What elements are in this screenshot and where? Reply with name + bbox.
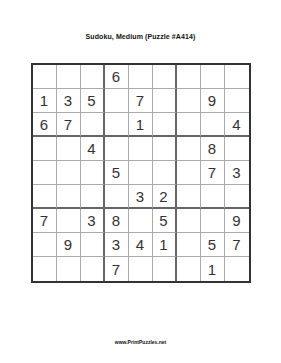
cell-r5c4[interactable]: 5 (105, 161, 129, 185)
cell-r5c6[interactable] (153, 161, 177, 185)
cell-r2c9[interactable] (225, 89, 249, 113)
cell-r3c6[interactable] (153, 113, 177, 137)
cell-r3c3[interactable] (81, 113, 105, 137)
cell-r6c8[interactable] (201, 185, 225, 209)
cell-r1c6[interactable] (153, 65, 177, 89)
cell-r5c2[interactable] (57, 161, 81, 185)
cell-r6c2[interactable] (57, 185, 81, 209)
cell-r6c3[interactable] (81, 185, 105, 209)
cell-r2c8[interactable]: 9 (201, 89, 225, 113)
cell-r9c4[interactable]: 7 (105, 257, 129, 281)
cell-r4c1[interactable] (33, 137, 57, 161)
cell-r1c7[interactable] (177, 65, 201, 89)
sudoku-board: 613579671448573327385993415771 (31, 63, 251, 283)
cell-r1c9[interactable] (225, 65, 249, 89)
cell-r4c4[interactable] (105, 137, 129, 161)
cell-r2c6[interactable] (153, 89, 177, 113)
cell-r1c2[interactable] (57, 65, 81, 89)
cell-r3c8[interactable] (201, 113, 225, 137)
cell-r7c7[interactable] (177, 209, 201, 233)
cell-r7c3[interactable]: 3 (81, 209, 105, 233)
cell-r3c7[interactable] (177, 113, 201, 137)
cell-r1c1[interactable] (33, 65, 57, 89)
cell-r9c3[interactable] (81, 257, 105, 281)
cell-r9c6[interactable] (153, 257, 177, 281)
cell-r2c4[interactable] (105, 89, 129, 113)
cell-r2c5[interactable]: 7 (129, 89, 153, 113)
cell-r8c8[interactable]: 5 (201, 233, 225, 257)
cell-r5c1[interactable] (33, 161, 57, 185)
cell-r8c4[interactable]: 3 (105, 233, 129, 257)
cell-r1c4[interactable]: 6 (105, 65, 129, 89)
cell-r3c2[interactable]: 7 (57, 113, 81, 137)
cell-r3c9[interactable]: 4 (225, 113, 249, 137)
cell-r1c5[interactable] (129, 65, 153, 89)
cell-r5c5[interactable] (129, 161, 153, 185)
cell-r9c8[interactable]: 1 (201, 257, 225, 281)
cell-r3c1[interactable]: 6 (33, 113, 57, 137)
cell-r5c9[interactable]: 3 (225, 161, 249, 185)
cell-r8c1[interactable] (33, 233, 57, 257)
cell-r7c2[interactable] (57, 209, 81, 233)
cell-r8c9[interactable]: 7 (225, 233, 249, 257)
cell-r4c7[interactable] (177, 137, 201, 161)
cell-r2c7[interactable] (177, 89, 201, 113)
cell-r6c7[interactable] (177, 185, 201, 209)
cell-r7c8[interactable] (201, 209, 225, 233)
cell-r6c1[interactable] (33, 185, 57, 209)
cell-r7c1[interactable]: 7 (33, 209, 57, 233)
cell-r5c3[interactable] (81, 161, 105, 185)
cell-r8c6[interactable]: 1 (153, 233, 177, 257)
cell-r4c9[interactable] (225, 137, 249, 161)
cell-r7c9[interactable]: 9 (225, 209, 249, 233)
cell-r9c9[interactable] (225, 257, 249, 281)
cell-r3c4[interactable] (105, 113, 129, 137)
cell-r1c8[interactable] (201, 65, 225, 89)
cell-r9c2[interactable] (57, 257, 81, 281)
cell-r1c3[interactable] (81, 65, 105, 89)
cell-r8c7[interactable] (177, 233, 201, 257)
cell-r7c5[interactable] (129, 209, 153, 233)
cell-r6c9[interactable] (225, 185, 249, 209)
cell-r6c5[interactable]: 3 (129, 185, 153, 209)
cell-r2c2[interactable]: 3 (57, 89, 81, 113)
cell-r3c5[interactable]: 1 (129, 113, 153, 137)
cell-r4c8[interactable]: 8 (201, 137, 225, 161)
cell-r5c7[interactable] (177, 161, 201, 185)
cell-r4c3[interactable]: 4 (81, 137, 105, 161)
puzzle-page: Sudoku, Medium (Puzzle #A414) 6135796714… (0, 0, 281, 363)
cell-r5c8[interactable]: 7 (201, 161, 225, 185)
cell-r4c5[interactable] (129, 137, 153, 161)
cell-r7c4[interactable]: 8 (105, 209, 129, 233)
cell-r4c2[interactable] (57, 137, 81, 161)
footer-url: www.PrintPuzzles.net (0, 339, 281, 345)
cell-r4c6[interactable] (153, 137, 177, 161)
cell-r8c5[interactable]: 4 (129, 233, 153, 257)
cell-r2c3[interactable]: 5 (81, 89, 105, 113)
cell-r8c3[interactable] (81, 233, 105, 257)
cell-r6c4[interactable] (105, 185, 129, 209)
cell-r9c5[interactable] (129, 257, 153, 281)
cell-r7c6[interactable]: 5 (153, 209, 177, 233)
puzzle-title: Sudoku, Medium (Puzzle #A414) (0, 32, 281, 41)
cell-r8c2[interactable]: 9 (57, 233, 81, 257)
cell-r2c1[interactable]: 1 (33, 89, 57, 113)
cell-r9c7[interactable] (177, 257, 201, 281)
cell-r6c6[interactable]: 2 (153, 185, 177, 209)
cell-r9c1[interactable] (33, 257, 57, 281)
